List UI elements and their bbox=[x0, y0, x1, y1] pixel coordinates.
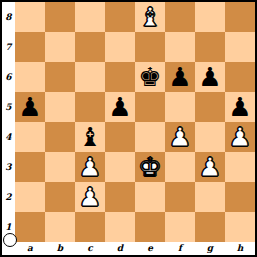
square-c5[interactable] bbox=[75, 92, 105, 122]
square-e1[interactable] bbox=[135, 212, 165, 242]
square-h5[interactable]: ♟ bbox=[225, 92, 255, 122]
square-h6[interactable] bbox=[225, 62, 255, 92]
square-g3[interactable]: ♟ bbox=[195, 152, 225, 182]
square-b2[interactable] bbox=[45, 182, 75, 212]
rank-label-4: 4 bbox=[2, 122, 15, 152]
square-d8[interactable] bbox=[105, 2, 135, 32]
square-f7[interactable] bbox=[165, 32, 195, 62]
black-bishop[interactable]: ♝ bbox=[78, 122, 101, 152]
square-d6[interactable] bbox=[105, 62, 135, 92]
rank-label-6: 6 bbox=[2, 62, 15, 92]
white-king[interactable]: ♚ bbox=[138, 152, 161, 182]
square-b1[interactable] bbox=[45, 212, 75, 242]
square-g5[interactable] bbox=[195, 92, 225, 122]
square-c7[interactable] bbox=[75, 32, 105, 62]
square-a5[interactable]: ♟ bbox=[15, 92, 45, 122]
square-e3[interactable]: ♚ bbox=[135, 152, 165, 182]
square-e2[interactable] bbox=[135, 182, 165, 212]
square-a4[interactable] bbox=[15, 122, 45, 152]
black-pawn[interactable]: ♟ bbox=[228, 92, 251, 122]
square-h2[interactable] bbox=[225, 182, 255, 212]
square-d4[interactable] bbox=[105, 122, 135, 152]
file-label-f: f bbox=[165, 242, 195, 255]
rank-label-3: 3 bbox=[2, 152, 15, 182]
square-g8[interactable] bbox=[195, 2, 225, 32]
square-b3[interactable] bbox=[45, 152, 75, 182]
square-h1[interactable] bbox=[225, 212, 255, 242]
square-c1[interactable] bbox=[75, 212, 105, 242]
square-a6[interactable] bbox=[15, 62, 45, 92]
file-label-b: b bbox=[45, 242, 75, 255]
square-f2[interactable] bbox=[165, 182, 195, 212]
square-f1[interactable] bbox=[165, 212, 195, 242]
black-pawn[interactable]: ♟ bbox=[198, 62, 221, 92]
square-c2[interactable]: ♟ bbox=[75, 182, 105, 212]
square-b5[interactable] bbox=[45, 92, 75, 122]
white-pawn[interactable]: ♟ bbox=[78, 182, 101, 212]
white-bishop[interactable]: ♝ bbox=[138, 2, 161, 32]
square-c6[interactable] bbox=[75, 62, 105, 92]
square-e7[interactable] bbox=[135, 32, 165, 62]
white-to-move-indicator-circle bbox=[3, 233, 17, 247]
square-g7[interactable] bbox=[195, 32, 225, 62]
square-a3[interactable] bbox=[15, 152, 45, 182]
rank-label-2: 2 bbox=[2, 182, 15, 212]
square-e6[interactable]: ♚ bbox=[135, 62, 165, 92]
black-pawn[interactable]: ♟ bbox=[108, 92, 131, 122]
square-f5[interactable] bbox=[165, 92, 195, 122]
white-pawn[interactable]: ♟ bbox=[168, 122, 191, 152]
file-labels: abcdefgh bbox=[15, 242, 255, 255]
square-g6[interactable]: ♟ bbox=[195, 62, 225, 92]
square-d1[interactable] bbox=[105, 212, 135, 242]
square-a8[interactable] bbox=[15, 2, 45, 32]
chess-diagram: 87654321 ♝♚♟♟♟♟♟♝♟♟♟♚♟♟ abcdefgh bbox=[0, 0, 257, 257]
square-a1[interactable] bbox=[15, 212, 45, 242]
file-label-g: g bbox=[195, 242, 225, 255]
file-label-d: d bbox=[105, 242, 135, 255]
square-c8[interactable] bbox=[75, 2, 105, 32]
file-label-a: a bbox=[15, 242, 45, 255]
black-king[interactable]: ♚ bbox=[138, 62, 161, 92]
square-h7[interactable] bbox=[225, 32, 255, 62]
black-pawn[interactable]: ♟ bbox=[18, 92, 41, 122]
square-f4[interactable]: ♟ bbox=[165, 122, 195, 152]
square-e8[interactable]: ♝ bbox=[135, 2, 165, 32]
chess-board[interactable]: ♝♚♟♟♟♟♟♝♟♟♟♚♟♟ bbox=[15, 2, 255, 242]
square-c4[interactable]: ♝ bbox=[75, 122, 105, 152]
square-h4[interactable]: ♟ bbox=[225, 122, 255, 152]
white-pawn[interactable]: ♟ bbox=[78, 152, 101, 182]
white-pawn[interactable]: ♟ bbox=[198, 152, 221, 182]
square-b6[interactable] bbox=[45, 62, 75, 92]
white-pawn[interactable]: ♟ bbox=[228, 122, 251, 152]
square-d3[interactable] bbox=[105, 152, 135, 182]
square-f3[interactable] bbox=[165, 152, 195, 182]
rank-label-8: 8 bbox=[2, 2, 15, 32]
square-b8[interactable] bbox=[45, 2, 75, 32]
square-h8[interactable] bbox=[225, 2, 255, 32]
rank-label-7: 7 bbox=[2, 32, 15, 62]
square-b4[interactable] bbox=[45, 122, 75, 152]
square-b7[interactable] bbox=[45, 32, 75, 62]
square-g4[interactable] bbox=[195, 122, 225, 152]
square-g1[interactable] bbox=[195, 212, 225, 242]
rank-labels: 87654321 bbox=[2, 2, 15, 242]
square-a7[interactable] bbox=[15, 32, 45, 62]
file-label-h: h bbox=[225, 242, 255, 255]
square-e5[interactable] bbox=[135, 92, 165, 122]
square-d5[interactable]: ♟ bbox=[105, 92, 135, 122]
square-d2[interactable] bbox=[105, 182, 135, 212]
square-g2[interactable] bbox=[195, 182, 225, 212]
square-c3[interactable]: ♟ bbox=[75, 152, 105, 182]
square-e4[interactable] bbox=[135, 122, 165, 152]
square-h3[interactable] bbox=[225, 152, 255, 182]
square-d7[interactable] bbox=[105, 32, 135, 62]
black-pawn[interactable]: ♟ bbox=[168, 62, 191, 92]
file-label-e: e bbox=[135, 242, 165, 255]
square-f8[interactable] bbox=[165, 2, 195, 32]
square-a2[interactable] bbox=[15, 182, 45, 212]
rank-label-5: 5 bbox=[2, 92, 15, 122]
file-label-c: c bbox=[75, 242, 105, 255]
square-f6[interactable]: ♟ bbox=[165, 62, 195, 92]
